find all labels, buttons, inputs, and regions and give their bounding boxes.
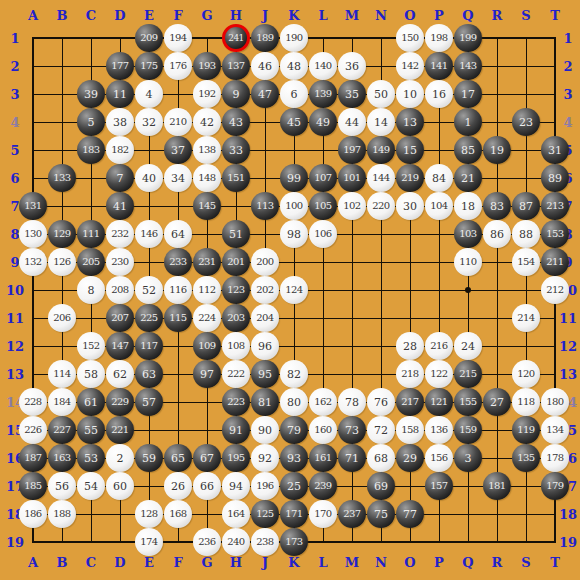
row-label-right: 2 [563, 59, 572, 74]
white-stone-move-56[interactable]: 56 [48, 472, 76, 500]
white-stone-move-82[interactable]: 82 [280, 360, 308, 388]
white-stone-move-46[interactable]: 46 [251, 52, 279, 80]
white-stone-move-78[interactable]: 78 [338, 388, 366, 416]
white-stone-move-34[interactable]: 34 [164, 164, 192, 192]
white-stone-move-28[interactable]: 28 [396, 332, 424, 360]
black-stone-move-73[interactable]: 73 [338, 416, 366, 444]
black-stone-move-171[interactable]: 171 [280, 500, 308, 528]
black-stone-move-189[interactable]: 189 [251, 24, 279, 52]
white-stone-move-4[interactable]: 4 [135, 80, 163, 108]
black-stone-move-113[interactable]: 113 [251, 192, 279, 220]
black-stone-move-53[interactable]: 53 [77, 444, 105, 472]
col-label-top: K [288, 8, 299, 23]
row-label-left: 13 [6, 367, 24, 382]
white-stone-move-10[interactable]: 10 [396, 80, 424, 108]
move-number: 11 [113, 89, 127, 100]
white-stone-move-108[interactable]: 108 [222, 332, 250, 360]
black-stone-move-107[interactable]: 107 [309, 164, 337, 192]
white-stone-move-240[interactable]: 240 [222, 528, 250, 556]
move-number: 163 [53, 453, 70, 463]
black-stone-move-9[interactable]: 9 [222, 80, 250, 108]
black-stone-move-21[interactable]: 21 [454, 164, 482, 192]
white-stone-move-222[interactable]: 222 [222, 360, 250, 388]
white-stone-move-210[interactable]: 210 [164, 108, 192, 136]
white-stone-move-90[interactable]: 90 [251, 416, 279, 444]
white-stone-move-116[interactable]: 116 [164, 276, 192, 304]
white-stone-move-76[interactable]: 76 [367, 388, 395, 416]
move-number: 73 [345, 425, 359, 436]
move-number: 109 [198, 341, 215, 351]
black-stone-move-125[interactable]: 125 [251, 500, 279, 528]
white-stone-move-44[interactable]: 44 [338, 108, 366, 136]
black-stone-move-81[interactable]: 81 [251, 388, 279, 416]
white-stone-move-36[interactable]: 36 [338, 52, 366, 80]
black-stone-move-105[interactable]: 105 [309, 192, 337, 220]
white-stone-move-230[interactable]: 230 [106, 248, 134, 276]
white-stone-move-148[interactable]: 148 [193, 164, 221, 192]
move-number: 52 [142, 285, 156, 296]
move-number: 185 [24, 481, 41, 491]
white-stone-move-200[interactable]: 200 [251, 248, 279, 276]
white-stone-move-30[interactable]: 30 [396, 192, 424, 220]
white-stone-move-64[interactable]: 64 [164, 220, 192, 248]
col-label-top: A [28, 8, 38, 23]
white-stone-move-52[interactable]: 52 [135, 276, 163, 304]
black-stone-move-121[interactable]: 121 [425, 388, 453, 416]
black-stone-move-221[interactable]: 221 [106, 416, 134, 444]
move-number: 155 [459, 397, 476, 407]
black-stone-move-143[interactable]: 143 [454, 52, 482, 80]
white-stone-move-174[interactable]: 174 [135, 528, 163, 556]
black-stone-move-111[interactable]: 111 [77, 220, 105, 248]
black-stone-move-117[interactable]: 117 [135, 332, 163, 360]
col-label-bottom: S [521, 555, 530, 570]
white-stone-move-158[interactable]: 158 [396, 416, 424, 444]
move-number: 114 [53, 369, 70, 379]
white-stone-move-60[interactable]: 60 [106, 472, 134, 500]
move-number: 236 [198, 537, 215, 547]
move-number: 239 [314, 481, 331, 491]
col-label-bottom: K [288, 555, 299, 570]
black-stone-move-45[interactable]: 45 [280, 108, 308, 136]
white-stone-move-8[interactable]: 8 [77, 276, 105, 304]
black-stone-move-149[interactable]: 149 [367, 136, 395, 164]
black-stone-move-193[interactable]: 193 [193, 52, 221, 80]
black-stone-move-109[interactable]: 109 [193, 332, 221, 360]
black-stone-move-51[interactable]: 51 [222, 220, 250, 248]
move-number: 158 [401, 425, 418, 435]
white-stone-move-164[interactable]: 164 [222, 500, 250, 528]
white-stone-move-152[interactable]: 152 [77, 332, 105, 360]
black-stone-move-135[interactable]: 135 [512, 444, 540, 472]
move-number: 5 [88, 117, 95, 128]
go-board[interactable]: AABBCCDDEEFFGGHHJJKKLLMMNNOOPPQQRRSSTT11… [0, 0, 580, 580]
white-stone-move-176[interactable]: 176 [164, 52, 192, 80]
black-stone-move-59[interactable]: 59 [135, 444, 163, 472]
col-label-bottom: N [375, 555, 387, 570]
black-stone-move-139[interactable]: 139 [309, 80, 337, 108]
black-stone-move-215[interactable]: 215 [454, 360, 482, 388]
move-number: 199 [459, 33, 476, 43]
white-stone-move-144[interactable]: 144 [367, 164, 395, 192]
white-stone-move-132[interactable]: 132 [19, 248, 47, 276]
black-stone-move-11[interactable]: 11 [106, 80, 134, 108]
move-number: 72 [374, 425, 388, 436]
move-number: 129 [53, 229, 70, 239]
black-stone-move-161[interactable]: 161 [309, 444, 337, 472]
black-stone-move-1[interactable]: 1 [454, 108, 482, 136]
black-stone-move-101[interactable]: 101 [338, 164, 366, 192]
move-number: 61 [84, 397, 98, 408]
move-number: 46 [258, 61, 272, 72]
white-stone-move-2[interactable]: 2 [106, 444, 134, 472]
black-stone-move-239[interactable]: 239 [309, 472, 337, 500]
move-number: 60 [113, 481, 127, 492]
white-stone-move-228[interactable]: 228 [19, 388, 47, 416]
white-stone-move-168[interactable]: 168 [164, 500, 192, 528]
white-stone-move-130[interactable]: 130 [19, 220, 47, 248]
col-label-top: B [57, 8, 68, 23]
white-stone-move-68[interactable]: 68 [367, 444, 395, 472]
white-stone-move-162[interactable]: 162 [309, 388, 337, 416]
white-stone-move-220[interactable]: 220 [367, 192, 395, 220]
black-stone-move-67[interactable]: 67 [193, 444, 221, 472]
white-stone-move-136[interactable]: 136 [425, 416, 453, 444]
black-stone-move-55[interactable]: 55 [77, 416, 105, 444]
white-stone-move-186[interactable]: 186 [19, 500, 47, 528]
white-stone-move-38[interactable]: 38 [106, 108, 134, 136]
white-stone-move-118[interactable]: 118 [512, 388, 540, 416]
move-number: 36 [345, 61, 359, 72]
black-stone-move-217[interactable]: 217 [396, 388, 424, 416]
white-stone-move-128[interactable]: 128 [135, 500, 163, 528]
black-stone-move-57[interactable]: 57 [135, 388, 163, 416]
white-stone-move-94[interactable]: 94 [222, 472, 250, 500]
black-stone-move-195[interactable]: 195 [222, 444, 250, 472]
white-stone-move-238[interactable]: 238 [251, 528, 279, 556]
move-number: 198 [430, 33, 447, 43]
move-number: 183 [82, 145, 99, 155]
black-stone-move-41[interactable]: 41 [106, 192, 134, 220]
black-stone-move-147[interactable]: 147 [106, 332, 134, 360]
move-number: 171 [285, 509, 302, 519]
white-stone-move-54[interactable]: 54 [77, 472, 105, 500]
black-stone-move-33[interactable]: 33 [222, 136, 250, 164]
black-stone-move-223[interactable]: 223 [222, 388, 250, 416]
black-stone-move-137[interactable]: 137 [222, 52, 250, 80]
col-label-top: D [114, 8, 125, 23]
white-stone-move-92[interactable]: 92 [251, 444, 279, 472]
white-stone-move-32[interactable]: 32 [135, 108, 163, 136]
black-stone-move-75[interactable]: 75 [367, 500, 395, 528]
black-stone-move-27[interactable]: 27 [483, 388, 511, 416]
white-stone-move-26[interactable]: 26 [164, 472, 192, 500]
black-stone-move-19[interactable]: 19 [483, 136, 511, 164]
move-number: 55 [84, 425, 98, 436]
move-number: 64 [171, 229, 185, 240]
white-stone-move-198[interactable]: 198 [425, 24, 453, 52]
black-stone-move-233[interactable]: 233 [164, 248, 192, 276]
white-stone-move-6[interactable]: 6 [280, 80, 308, 108]
white-stone-move-232[interactable]: 232 [106, 220, 134, 248]
black-stone-move-179[interactable]: 179 [541, 472, 569, 500]
black-stone-move-79[interactable]: 79 [280, 416, 308, 444]
black-stone-move-209[interactable]: 209 [135, 24, 163, 52]
black-stone-move-49[interactable]: 49 [309, 108, 337, 136]
black-stone-move-237[interactable]: 237 [338, 500, 366, 528]
black-stone-move-123[interactable]: 123 [222, 276, 250, 304]
white-stone-move-102[interactable]: 102 [338, 192, 366, 220]
black-stone-move-129[interactable]: 129 [48, 220, 76, 248]
white-stone-move-120[interactable]: 120 [512, 360, 540, 388]
move-number: 75 [374, 509, 388, 520]
move-number: 124 [285, 285, 302, 295]
white-stone-move-104[interactable]: 104 [425, 192, 453, 220]
row-label-right: 4 [563, 115, 572, 130]
white-stone-move-150[interactable]: 150 [396, 24, 424, 52]
black-stone-move-241-last-move[interactable]: 241 [222, 24, 250, 52]
move-number: 116 [169, 285, 186, 295]
move-number: 237 [343, 509, 360, 519]
white-stone-move-170[interactable]: 170 [309, 500, 337, 528]
white-stone-move-112[interactable]: 112 [193, 276, 221, 304]
white-stone-move-98[interactable]: 98 [280, 220, 308, 248]
white-stone-move-202[interactable]: 202 [251, 276, 279, 304]
white-stone-move-96[interactable]: 96 [251, 332, 279, 360]
white-stone-move-140[interactable]: 140 [309, 52, 337, 80]
black-stone-move-213[interactable]: 213 [541, 192, 569, 220]
black-stone-move-157[interactable]: 157 [425, 472, 453, 500]
black-stone-move-25[interactable]: 25 [280, 472, 308, 500]
white-stone-move-80[interactable]: 80 [280, 388, 308, 416]
black-stone-move-77[interactable]: 77 [396, 500, 424, 528]
white-stone-move-84[interactable]: 84 [425, 164, 453, 192]
white-stone-move-134[interactable]: 134 [541, 416, 569, 444]
black-stone-move-5[interactable]: 5 [77, 108, 105, 136]
white-stone-move-146[interactable]: 146 [135, 220, 163, 248]
white-stone-move-180[interactable]: 180 [541, 388, 569, 416]
move-number: 34 [171, 173, 185, 184]
black-stone-move-229[interactable]: 229 [106, 388, 134, 416]
white-stone-move-122[interactable]: 122 [425, 360, 453, 388]
black-stone-move-175[interactable]: 175 [135, 52, 163, 80]
white-stone-move-142[interactable]: 142 [396, 52, 424, 80]
black-stone-move-71[interactable]: 71 [338, 444, 366, 472]
black-stone-move-151[interactable]: 151 [222, 164, 250, 192]
row-label-right: 12 [559, 339, 577, 354]
black-stone-move-83[interactable]: 83 [483, 192, 511, 220]
move-number: 10 [403, 89, 417, 100]
black-stone-move-115[interactable]: 115 [164, 304, 192, 332]
white-stone-move-124[interactable]: 124 [280, 276, 308, 304]
black-stone-move-35[interactable]: 35 [338, 80, 366, 108]
white-stone-move-110[interactable]: 110 [454, 248, 482, 276]
white-stone-move-114[interactable]: 114 [48, 360, 76, 388]
white-stone-move-50[interactable]: 50 [367, 80, 395, 108]
white-stone-move-212[interactable]: 212 [541, 276, 569, 304]
black-stone-move-133[interactable]: 133 [48, 164, 76, 192]
col-label-bottom: T [550, 555, 560, 570]
black-stone-move-63[interactable]: 63 [135, 360, 163, 388]
white-stone-move-16[interactable]: 16 [425, 80, 453, 108]
black-stone-move-219[interactable]: 219 [396, 164, 424, 192]
row-label-right: 13 [559, 367, 577, 382]
black-stone-move-131[interactable]: 131 [19, 192, 47, 220]
white-stone-move-214[interactable]: 214 [512, 304, 540, 332]
move-number: 16 [432, 89, 446, 100]
move-number: 211 [546, 257, 563, 267]
black-stone-move-159[interactable]: 159 [454, 416, 482, 444]
black-stone-move-43[interactable]: 43 [222, 108, 250, 136]
white-stone-move-216[interactable]: 216 [425, 332, 453, 360]
black-stone-move-227[interactable]: 227 [48, 416, 76, 444]
black-stone-move-183[interactable]: 183 [77, 136, 105, 164]
black-stone-move-225[interactable]: 225 [135, 304, 163, 332]
black-stone-move-13[interactable]: 13 [396, 108, 424, 136]
white-stone-move-236[interactable]: 236 [193, 528, 221, 556]
white-stone-move-226[interactable]: 226 [19, 416, 47, 444]
move-number: 241 [228, 34, 244, 43]
black-stone-move-89[interactable]: 89 [541, 164, 569, 192]
white-stone-move-190[interactable]: 190 [280, 24, 308, 52]
black-stone-move-61[interactable]: 61 [77, 388, 105, 416]
black-stone-move-7[interactable]: 7 [106, 164, 134, 192]
white-stone-move-42[interactable]: 42 [193, 108, 221, 136]
black-stone-move-99[interactable]: 99 [280, 164, 308, 192]
white-stone-move-224[interactable]: 224 [193, 304, 221, 332]
black-stone-move-103[interactable]: 103 [454, 220, 482, 248]
white-stone-move-100[interactable]: 100 [280, 192, 308, 220]
white-stone-move-86[interactable]: 86 [483, 220, 511, 248]
move-number: 210 [169, 117, 186, 127]
black-stone-move-15[interactable]: 15 [396, 136, 424, 164]
col-label-top: P [434, 8, 444, 23]
white-stone-move-196[interactable]: 196 [251, 472, 279, 500]
move-number: 135 [517, 453, 534, 463]
move-number: 176 [169, 61, 186, 71]
move-number: 182 [111, 145, 128, 155]
move-number: 138 [198, 145, 215, 155]
black-stone-move-163[interactable]: 163 [48, 444, 76, 472]
black-stone-move-231[interactable]: 231 [193, 248, 221, 276]
move-number: 164 [227, 509, 244, 519]
move-number: 6 [291, 89, 298, 100]
black-stone-move-155[interactable]: 155 [454, 388, 482, 416]
black-stone-move-211[interactable]: 211 [541, 248, 569, 276]
white-stone-move-72[interactable]: 72 [367, 416, 395, 444]
move-number: 203 [227, 313, 244, 323]
black-stone-move-17[interactable]: 17 [454, 80, 482, 108]
white-stone-move-154[interactable]: 154 [512, 248, 540, 276]
white-stone-move-178[interactable]: 178 [541, 444, 569, 472]
black-stone-move-69[interactable]: 69 [367, 472, 395, 500]
black-stone-move-141[interactable]: 141 [425, 52, 453, 80]
move-number: 232 [111, 229, 128, 239]
black-stone-move-37[interactable]: 37 [164, 136, 192, 164]
move-number: 88 [519, 229, 533, 240]
black-stone-move-3[interactable]: 3 [454, 444, 482, 472]
move-number: 41 [113, 201, 127, 212]
black-stone-move-187[interactable]: 187 [19, 444, 47, 472]
white-stone-move-106[interactable]: 106 [309, 220, 337, 248]
black-stone-move-65[interactable]: 65 [164, 444, 192, 472]
black-stone-move-23[interactable]: 23 [512, 108, 540, 136]
star-point [465, 287, 471, 293]
move-number: 190 [285, 33, 302, 43]
move-number: 224 [198, 313, 215, 323]
move-number: 208 [111, 285, 128, 295]
white-stone-move-40[interactable]: 40 [135, 164, 163, 192]
col-label-top: O [404, 8, 415, 23]
white-stone-move-66[interactable]: 66 [193, 472, 221, 500]
move-number: 95 [258, 369, 272, 380]
black-stone-move-207[interactable]: 207 [106, 304, 134, 332]
white-stone-move-156[interactable]: 156 [425, 444, 453, 472]
white-stone-move-188[interactable]: 188 [48, 500, 76, 528]
black-stone-move-47[interactable]: 47 [251, 80, 279, 108]
white-stone-move-218[interactable]: 218 [396, 360, 424, 388]
black-stone-move-185[interactable]: 185 [19, 472, 47, 500]
white-stone-move-204[interactable]: 204 [251, 304, 279, 332]
black-stone-move-205[interactable]: 205 [77, 248, 105, 276]
white-stone-move-14[interactable]: 14 [367, 108, 395, 136]
white-stone-move-206[interactable]: 206 [48, 304, 76, 332]
white-stone-move-88[interactable]: 88 [512, 220, 540, 248]
black-stone-move-201[interactable]: 201 [222, 248, 250, 276]
move-number: 62 [113, 369, 127, 380]
move-number: 128 [140, 509, 157, 519]
white-stone-move-194[interactable]: 194 [164, 24, 192, 52]
black-stone-move-91[interactable]: 91 [222, 416, 250, 444]
black-stone-move-85[interactable]: 85 [454, 136, 482, 164]
black-stone-move-93[interactable]: 93 [280, 444, 308, 472]
white-stone-move-160[interactable]: 160 [309, 416, 337, 444]
black-stone-move-203[interactable]: 203 [222, 304, 250, 332]
white-stone-move-126[interactable]: 126 [48, 248, 76, 276]
black-stone-move-39[interactable]: 39 [77, 80, 105, 108]
white-stone-move-48[interactable]: 48 [280, 52, 308, 80]
move-number: 205 [82, 257, 99, 267]
black-stone-move-153[interactable]: 153 [541, 220, 569, 248]
white-stone-move-184[interactable]: 184 [48, 388, 76, 416]
black-stone-move-29[interactable]: 29 [396, 444, 424, 472]
row-label-left: 1 [10, 31, 19, 46]
move-number: 93 [287, 453, 301, 464]
white-stone-move-182[interactable]: 182 [106, 136, 134, 164]
white-stone-move-58[interactable]: 58 [77, 360, 105, 388]
black-stone-move-199[interactable]: 199 [454, 24, 482, 52]
move-number: 90 [258, 425, 272, 436]
black-stone-move-95[interactable]: 95 [251, 360, 279, 388]
white-stone-move-18[interactable]: 18 [454, 192, 482, 220]
black-stone-move-173[interactable]: 173 [280, 528, 308, 556]
col-label-bottom: F [173, 555, 182, 570]
white-stone-move-138[interactable]: 138 [193, 136, 221, 164]
white-stone-move-62[interactable]: 62 [106, 360, 134, 388]
black-stone-move-97[interactable]: 97 [193, 360, 221, 388]
black-stone-move-145[interactable]: 145 [193, 192, 221, 220]
black-stone-move-177[interactable]: 177 [106, 52, 134, 80]
black-stone-move-181[interactable]: 181 [483, 472, 511, 500]
move-number: 3 [465, 453, 472, 464]
black-stone-move-31[interactable]: 31 [541, 136, 569, 164]
white-stone-move-192[interactable]: 192 [193, 80, 221, 108]
white-stone-move-208[interactable]: 208 [106, 276, 134, 304]
black-stone-move-119[interactable]: 119 [512, 416, 540, 444]
white-stone-move-24[interactable]: 24 [454, 332, 482, 360]
black-stone-move-87[interactable]: 87 [512, 192, 540, 220]
black-stone-move-197[interactable]: 197 [338, 136, 366, 164]
